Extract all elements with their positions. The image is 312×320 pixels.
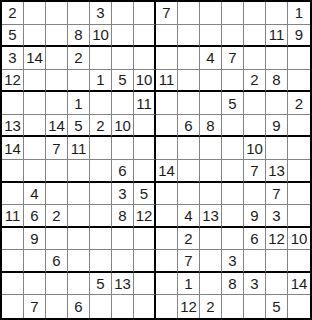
cell-r7c11[interactable] [222, 137, 244, 160]
cell-r5c1[interactable] [2, 92, 24, 115]
cell-r8c2[interactable] [24, 160, 46, 183]
cell-r4c10[interactable] [200, 70, 222, 93]
given-digit: 1 [295, 5, 303, 20]
given-digit: 11 [71, 141, 87, 156]
cell-r8c1[interactable] [2, 160, 24, 183]
cell-r7c14[interactable] [288, 137, 310, 160]
cell-r4c6: 5 [112, 70, 134, 93]
cell-r6c14[interactable] [288, 115, 310, 138]
given-digit: 11 [5, 208, 21, 223]
cell-r13c13[interactable] [266, 273, 288, 296]
cell-r1c10[interactable] [200, 2, 222, 25]
given-digit: 14 [4, 141, 21, 156]
cell-r10c7: 12 [134, 205, 156, 228]
cell-r5c9[interactable] [178, 92, 200, 115]
cell-r13c4[interactable] [68, 273, 90, 296]
cell-r8c7[interactable] [134, 160, 156, 183]
given-digit: 12 [136, 208, 153, 223]
given-digit: 2 [96, 118, 104, 133]
given-digit: 5 [272, 299, 280, 314]
given-digit: 7 [250, 163, 258, 178]
cell-r10c3: 2 [46, 205, 68, 228]
cell-r2c8[interactable] [156, 25, 178, 48]
cell-r7c5[interactable] [90, 137, 112, 160]
cell-r13c1[interactable] [2, 273, 24, 296]
given-digit: 14 [26, 50, 43, 65]
cell-r14c8[interactable] [156, 295, 178, 318]
cell-r7c7[interactable] [134, 137, 156, 160]
cell-r11c8[interactable] [156, 228, 178, 251]
cell-r10c13: 3 [266, 205, 288, 228]
given-digit: 4 [184, 208, 192, 223]
cell-r6c5: 2 [90, 115, 112, 138]
cell-r3c14[interactable] [288, 47, 310, 70]
cell-r12c11: 3 [222, 250, 244, 273]
cell-r7c9[interactable] [178, 137, 200, 160]
cell-r12c4[interactable] [68, 250, 90, 273]
cell-r13c11: 8 [222, 273, 244, 296]
cell-r11c13: 12 [266, 228, 288, 251]
cell-r14c12[interactable] [244, 295, 266, 318]
cell-r4c12: 2 [244, 70, 266, 93]
cell-r12c9: 7 [178, 250, 200, 273]
given-digit: 3 [228, 253, 236, 268]
given-digit: 9 [295, 27, 303, 42]
given-digit: 5 [118, 72, 126, 87]
cell-r13c9: 1 [178, 273, 200, 296]
cell-r10c9: 4 [178, 205, 200, 228]
given-digit: 8 [206, 118, 214, 133]
cell-r6c8[interactable] [156, 115, 178, 138]
cell-r8c14[interactable] [288, 160, 310, 183]
cell-r13c14: 14 [288, 273, 310, 296]
cell-r6c12[interactable] [244, 115, 266, 138]
cell-r10c14[interactable] [288, 205, 310, 228]
given-digit: 8 [272, 72, 280, 87]
cell-r12c3: 6 [46, 250, 68, 273]
cell-r13c6: 13 [112, 273, 134, 296]
cell-r12c7[interactable] [134, 250, 156, 273]
cell-r1c5: 3 [90, 2, 112, 25]
cell-r1c1: 2 [2, 2, 24, 25]
cell-r7c3: 7 [46, 137, 68, 160]
cell-r9c7: 5 [134, 183, 156, 206]
given-digit: 5 [74, 118, 82, 133]
given-digit: 12 [180, 299, 197, 314]
cell-r2c5: 10 [90, 25, 112, 48]
given-digit: 8 [118, 208, 126, 223]
cell-r9c13: 7 [266, 183, 288, 206]
cell-r11c7[interactable] [134, 228, 156, 251]
given-digit: 7 [162, 5, 170, 20]
cell-r9c1[interactable] [2, 183, 24, 206]
given-digit: 9 [272, 118, 280, 133]
cell-r6c2[interactable] [24, 115, 46, 138]
cell-r12c13[interactable] [266, 250, 288, 273]
cell-r5c5[interactable] [90, 92, 112, 115]
cell-r4c4[interactable] [68, 70, 90, 93]
given-digit: 1 [184, 276, 192, 291]
cell-r7c10[interactable] [200, 137, 222, 160]
cell-r11c12: 6 [244, 228, 266, 251]
cell-r3c10: 4 [200, 47, 222, 70]
cell-r9c6: 3 [112, 183, 134, 206]
given-digit: 2 [8, 5, 16, 20]
cell-r8c9[interactable] [178, 160, 200, 183]
cell-r1c4[interactable] [68, 2, 90, 25]
cell-r6c10: 8 [200, 115, 222, 138]
cell-r12c5[interactable] [90, 250, 112, 273]
cell-r9c3[interactable] [46, 183, 68, 206]
cell-r7c2[interactable] [24, 137, 46, 160]
given-digit: 8 [228, 276, 236, 291]
cell-r11c6[interactable] [112, 228, 134, 251]
given-digit: 7 [52, 141, 60, 156]
cell-r2c12[interactable] [244, 25, 266, 48]
cell-r8c8: 14 [156, 160, 178, 183]
given-digit: 6 [250, 231, 258, 246]
cell-r13c3[interactable] [46, 273, 68, 296]
given-digit: 10 [246, 141, 263, 156]
given-digit: 6 [30, 208, 38, 223]
cell-r2c13: 11 [266, 25, 288, 48]
cell-r12c6[interactable] [112, 250, 134, 273]
cell-r3c5[interactable] [90, 47, 112, 70]
cell-r5c3[interactable] [46, 92, 68, 115]
cell-r7c6[interactable] [112, 137, 134, 160]
given-digit: 5 [96, 276, 104, 291]
cell-r1c13[interactable] [266, 2, 288, 25]
cell-r14c10: 2 [200, 295, 222, 318]
cell-r3c6[interactable] [112, 47, 134, 70]
cell-r4c13: 8 [266, 70, 288, 93]
cell-r6c9: 6 [178, 115, 200, 138]
cell-r1c3[interactable] [46, 2, 68, 25]
cell-r8c4[interactable] [68, 160, 90, 183]
cell-r1c14: 1 [288, 2, 310, 25]
cell-r9c8[interactable] [156, 183, 178, 206]
cell-r2c3[interactable] [46, 25, 68, 48]
cell-r7c13[interactable] [266, 137, 288, 160]
cell-r13c12: 3 [244, 273, 266, 296]
cell-r5c8[interactable] [156, 92, 178, 115]
cell-r6c6: 10 [112, 115, 134, 138]
cell-r4c8: 11 [156, 70, 178, 93]
cell-r1c12[interactable] [244, 2, 266, 25]
given-digit: 6 [52, 253, 60, 268]
cell-r9c5[interactable] [90, 183, 112, 206]
cell-r1c9[interactable] [178, 2, 200, 25]
given-digit: 1 [96, 72, 104, 87]
cell-r8c3[interactable] [46, 160, 68, 183]
cell-r2c4: 8 [68, 25, 90, 48]
cell-r2c1: 5 [2, 25, 24, 48]
given-digit: 12 [4, 72, 21, 87]
cell-r14c7[interactable] [134, 295, 156, 318]
cell-r9c12[interactable] [244, 183, 266, 206]
cell-r4c9[interactable] [178, 70, 200, 93]
cell-r2c6[interactable] [112, 25, 134, 48]
cell-r5c11: 5 [222, 92, 244, 115]
cell-r5c6[interactable] [112, 92, 134, 115]
cell-r6c11[interactable] [222, 115, 244, 138]
given-digit: 10 [136, 72, 153, 87]
cell-r8c10[interactable] [200, 160, 222, 183]
cell-r6c3: 14 [46, 115, 68, 138]
given-digit: 12 [268, 231, 285, 246]
given-digit: 10 [92, 27, 109, 42]
given-digit: 2 [295, 96, 303, 111]
cell-r11c10[interactable] [200, 228, 222, 251]
cell-r10c5[interactable] [90, 205, 112, 228]
given-digit: 11 [159, 72, 175, 87]
cell-r14c11[interactable] [222, 295, 244, 318]
cell-r2c9[interactable] [178, 25, 200, 48]
cell-r5c2[interactable] [24, 92, 46, 115]
given-digit: 7 [184, 253, 192, 268]
cell-r13c2[interactable] [24, 273, 46, 296]
cell-r14c6[interactable] [112, 295, 134, 318]
cell-r5c4: 1 [68, 92, 90, 115]
given-digit: 4 [30, 186, 38, 201]
cell-r3c2: 14 [24, 47, 46, 70]
cell-r10c2: 6 [24, 205, 46, 228]
cell-r3c1: 3 [2, 47, 24, 70]
cell-r11c5[interactable] [90, 228, 112, 251]
given-digit: 3 [8, 50, 16, 65]
cell-r4c14[interactable] [288, 70, 310, 93]
cell-r9c9[interactable] [178, 183, 200, 206]
given-digit: 3 [272, 208, 280, 223]
cell-r5c14: 2 [288, 92, 310, 115]
cell-r2c10[interactable] [200, 25, 222, 48]
cell-r3c3[interactable] [46, 47, 68, 70]
cell-r14c2: 7 [24, 295, 46, 318]
cell-r8c12: 7 [244, 160, 266, 183]
cell-r12c10[interactable] [200, 250, 222, 273]
given-digit: 9 [250, 208, 258, 223]
cell-r5c7: 11 [134, 92, 156, 115]
cell-r1c11[interactable] [222, 2, 244, 25]
given-digit: 14 [158, 163, 175, 178]
given-digit: 5 [228, 96, 236, 111]
given-digit: 11 [269, 27, 285, 42]
cell-r12c12[interactable] [244, 250, 266, 273]
given-digit: 3 [96, 5, 104, 20]
cell-r10c4[interactable] [68, 205, 90, 228]
cell-r3c11: 7 [222, 47, 244, 70]
cell-r9c2: 4 [24, 183, 46, 206]
cell-r14c14[interactable] [288, 295, 310, 318]
given-digit: 11 [136, 96, 152, 111]
given-digit: 2 [52, 208, 60, 223]
cell-r9c4[interactable] [68, 183, 90, 206]
given-digit: 3 [118, 186, 126, 201]
cell-r4c3[interactable] [46, 70, 68, 93]
cell-r3c4: 2 [68, 47, 90, 70]
cell-r3c8[interactable] [156, 47, 178, 70]
given-digit: 13 [268, 163, 285, 178]
cell-r4c2[interactable] [24, 70, 46, 93]
given-digit: 5 [8, 27, 16, 42]
cell-r8c11[interactable] [222, 160, 244, 183]
cell-r10c11[interactable] [222, 205, 244, 228]
given-digit: 14 [48, 118, 65, 133]
cell-r6c1: 13 [2, 115, 24, 138]
cell-r13c5: 5 [90, 273, 112, 296]
cell-r1c2[interactable] [24, 2, 46, 25]
cell-r13c10[interactable] [200, 273, 222, 296]
cell-r3c7[interactable] [134, 47, 156, 70]
cell-r2c7[interactable] [134, 25, 156, 48]
cell-r8c6: 6 [112, 160, 134, 183]
cell-r8c13: 13 [266, 160, 288, 183]
cell-r14c3[interactable] [46, 295, 68, 318]
cell-r11c1[interactable] [2, 228, 24, 251]
cell-r13c7[interactable] [134, 273, 156, 296]
given-digit: 7 [228, 50, 236, 65]
cell-r4c5: 1 [90, 70, 112, 93]
given-digit: 13 [202, 208, 219, 223]
cell-r1c8: 7 [156, 2, 178, 25]
given-digit: 4 [206, 50, 214, 65]
given-digit: 7 [30, 299, 38, 314]
cell-r11c11[interactable] [222, 228, 244, 251]
given-digit: 3 [250, 276, 258, 291]
cell-r4c11[interactable] [222, 70, 244, 93]
cell-r10c12: 9 [244, 205, 266, 228]
given-digit: 9 [30, 231, 38, 246]
given-digit: 2 [74, 50, 82, 65]
cell-r11c14: 10 [288, 228, 310, 251]
given-digit: 10 [291, 231, 308, 246]
cell-r2c2[interactable] [24, 25, 46, 48]
cell-r2c11[interactable] [222, 25, 244, 48]
cell-r14c13: 5 [266, 295, 288, 318]
given-digit: 13 [4, 118, 21, 133]
cell-r9c10[interactable] [200, 183, 222, 206]
cell-r2c14: 9 [288, 25, 310, 48]
cell-r11c4[interactable] [68, 228, 90, 251]
cell-r1c7[interactable] [134, 2, 156, 25]
given-digit: 8 [74, 27, 82, 42]
given-digit: 1 [74, 96, 82, 111]
given-digit: 2 [184, 231, 192, 246]
cell-r5c13[interactable] [266, 92, 288, 115]
cell-r12c14[interactable] [288, 250, 310, 273]
cell-r13c8[interactable] [156, 273, 178, 296]
given-digit: 14 [291, 276, 308, 291]
cell-r7c4: 11 [68, 137, 90, 160]
given-digit: 6 [118, 163, 126, 178]
cell-r4c7: 10 [134, 70, 156, 93]
cell-r8c5[interactable] [90, 160, 112, 183]
cell-r6c4: 5 [68, 115, 90, 138]
cell-r1c6[interactable] [112, 2, 134, 25]
cell-r4c1: 12 [2, 70, 24, 93]
cell-r11c9: 2 [178, 228, 200, 251]
given-digit: 5 [140, 186, 148, 201]
cell-r10c1: 11 [2, 205, 24, 228]
cell-r3c13[interactable] [266, 47, 288, 70]
cell-r10c6: 8 [112, 205, 134, 228]
cell-r5c10[interactable] [200, 92, 222, 115]
cell-r6c13: 9 [266, 115, 288, 138]
cell-r10c10: 13 [200, 205, 222, 228]
cell-r14c5[interactable] [90, 295, 112, 318]
cell-r12c2[interactable] [24, 250, 46, 273]
given-digit: 6 [184, 118, 192, 133]
cell-r7c12: 10 [244, 137, 266, 160]
cell-r3c12[interactable] [244, 47, 266, 70]
given-digit: 2 [250, 72, 258, 87]
cell-r9c14[interactable] [288, 183, 310, 206]
cell-r3c9[interactable] [178, 47, 200, 70]
cell-r7c1: 14 [2, 137, 24, 160]
cell-r5c12[interactable] [244, 92, 266, 115]
cell-r11c2: 9 [24, 228, 46, 251]
cell-r6c7[interactable] [134, 115, 156, 138]
sudoku-board: 2371581011931424712151011281115213145210… [0, 0, 312, 320]
cell-r10c8[interactable] [156, 205, 178, 228]
given-digit: 7 [272, 186, 280, 201]
cell-r11c3[interactable] [46, 228, 68, 251]
given-digit: 13 [114, 276, 131, 291]
cell-r14c1[interactable] [2, 295, 24, 318]
cell-r12c1[interactable] [2, 250, 24, 273]
cell-r14c9: 12 [178, 295, 200, 318]
given-digit: 2 [206, 299, 214, 314]
cell-r7c8[interactable] [156, 137, 178, 160]
cell-r9c11[interactable] [222, 183, 244, 206]
cell-r12c8[interactable] [156, 250, 178, 273]
cell-r14c4: 6 [68, 295, 90, 318]
given-digit: 6 [74, 299, 82, 314]
given-digit: 10 [114, 118, 131, 133]
